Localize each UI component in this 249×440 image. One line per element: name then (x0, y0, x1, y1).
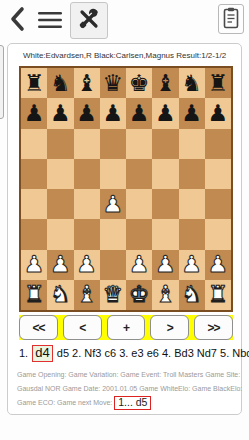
piece-black-pawn: ♟ (129, 102, 150, 125)
menu-button[interactable] (36, 10, 64, 32)
move-text: d5 2. Nf3 c6 3. e3 e6 4. Bd3 Nd7 5. Nbd2 (54, 347, 249, 359)
square-h6[interactable] (205, 129, 231, 159)
square-b2[interactable]: ♟ (47, 250, 73, 280)
offscreen-panel-edge (0, 45, 4, 119)
square-d4[interactable]: ♟ (100, 189, 126, 219)
square-f8[interactable]: ♝ (152, 68, 178, 98)
crossed-tools-icon (77, 7, 101, 34)
square-a2[interactable]: ♟ (21, 250, 47, 280)
square-b4[interactable] (47, 189, 73, 219)
square-c3[interactable] (74, 219, 100, 249)
piece-white-bishop: ♝ (76, 283, 97, 306)
piece-black-pawn: ♟ (208, 102, 229, 125)
tools-button[interactable] (70, 2, 108, 39)
square-a8[interactable]: ♜ (21, 68, 47, 98)
nav-prev-button[interactable]: < (63, 315, 102, 340)
game-card: White:Edvardsen,R Black:Carlsen,Magnus R… (7, 43, 242, 415)
clipboard-icon (223, 7, 239, 32)
square-b6[interactable] (47, 129, 73, 159)
square-g1[interactable]: ♞ (179, 280, 205, 310)
square-a5[interactable] (21, 159, 47, 189)
piece-black-bishop: ♝ (76, 72, 97, 95)
square-b7[interactable]: ♟ (47, 98, 73, 128)
square-g2[interactable]: ♟ (179, 250, 205, 280)
square-d8[interactable]: ♛ (100, 68, 126, 98)
square-c4[interactable] (74, 189, 100, 219)
square-e7[interactable]: ♟ (126, 98, 152, 128)
piece-white-pawn: ♟ (155, 253, 176, 276)
square-e2[interactable]: ♟ (126, 250, 152, 280)
square-a1[interactable]: ♜ (21, 280, 47, 310)
square-e3[interactable] (126, 219, 152, 249)
piece-white-knight: ♞ (50, 283, 71, 306)
square-b8[interactable]: ♞ (47, 68, 73, 98)
back-button[interactable] (6, 7, 30, 33)
square-b5[interactable] (47, 159, 73, 189)
square-g3[interactable] (179, 219, 205, 249)
nav-next-button[interactable]: > (150, 315, 189, 340)
piece-white-pawn: ♟ (50, 253, 71, 276)
square-h5[interactable] (205, 159, 231, 189)
chess-board: ♜♞♝♛♚♝♞♜♟♟♟♟♟♟♟♟♟♟♟♟♟♟♟♟♜♞♝♛♚♝♞♜ (19, 66, 233, 312)
move-text: 1. (19, 347, 31, 359)
piece-white-pawn: ♟ (129, 253, 150, 276)
piece-white-pawn: ♟ (181, 253, 202, 276)
piece-black-pawn: ♟ (103, 102, 124, 125)
game-info-line: Game Opening: Game Variation: Game Event… (17, 368, 239, 382)
square-h1[interactable]: ♜ (205, 280, 231, 310)
square-d6[interactable] (100, 129, 126, 159)
piece-white-pawn: ♟ (24, 253, 45, 276)
piece-white-queen: ♛ (103, 283, 124, 306)
square-a7[interactable]: ♟ (21, 98, 47, 128)
piece-white-pawn: ♟ (76, 253, 97, 276)
back-chevron-icon (7, 6, 29, 35)
square-f3[interactable] (152, 219, 178, 249)
square-c6[interactable] (74, 129, 100, 159)
piece-black-pawn: ♟ (155, 102, 176, 125)
piece-black-rook: ♜ (208, 72, 229, 95)
square-c8[interactable]: ♝ (74, 68, 100, 98)
next-move-value: 1... d5 (114, 396, 151, 410)
square-h3[interactable] (205, 219, 231, 249)
piece-black-pawn: ♟ (181, 102, 202, 125)
piece-black-bishop: ♝ (155, 72, 176, 95)
clipboard-button[interactable] (218, 4, 244, 34)
square-d7[interactable]: ♟ (100, 98, 126, 128)
piece-black-pawn: ♟ (76, 102, 97, 125)
move-list: 1. d4 d5 2. Nf3 c6 3. e3 e6 4. Bd3 Nd7 5… (19, 345, 239, 362)
piece-white-bishop: ♝ (155, 283, 176, 306)
piece-black-pawn: ♟ (24, 102, 45, 125)
game-info-text: Gausdal NOR Game Date: 2001.01.05 Game W… (17, 385, 242, 392)
game-info-text: Game ECO: Game next Move: (17, 399, 114, 406)
nav-first-button[interactable]: << (19, 315, 58, 340)
square-f7[interactable]: ♟ (152, 98, 178, 128)
piece-black-pawn: ♟ (50, 102, 71, 125)
square-g6[interactable] (179, 129, 205, 159)
square-c1[interactable]: ♝ (74, 280, 100, 310)
piece-black-king: ♚ (129, 72, 150, 95)
nav-plus-button[interactable]: + (107, 315, 146, 340)
square-f6[interactable] (152, 129, 178, 159)
square-d2[interactable] (100, 250, 126, 280)
square-a6[interactable] (21, 129, 47, 159)
piece-white-pawn: ♟ (103, 193, 124, 216)
square-e8[interactable]: ♚ (126, 68, 152, 98)
square-f1[interactable]: ♝ (152, 280, 178, 310)
game-info-text: Game Opening: Game Variation: Game Event… (17, 371, 240, 378)
piece-white-rook: ♜ (24, 283, 45, 306)
square-c2[interactable]: ♟ (74, 250, 100, 280)
piece-black-queen: ♛ (103, 72, 124, 95)
square-h7[interactable]: ♟ (205, 98, 231, 128)
square-d5[interactable] (100, 159, 126, 189)
square-h2[interactable]: ♟ (205, 250, 231, 280)
square-f2[interactable]: ♟ (152, 250, 178, 280)
square-e6[interactable] (126, 129, 152, 159)
square-b1[interactable]: ♞ (47, 280, 73, 310)
piece-white-rook: ♜ (208, 283, 229, 306)
nav-last-button[interactable]: >> (194, 315, 233, 340)
square-c7[interactable]: ♟ (74, 98, 100, 128)
toolbar (0, 0, 249, 42)
square-f5[interactable] (152, 159, 178, 189)
square-g7[interactable]: ♟ (179, 98, 205, 128)
square-h8[interactable]: ♜ (205, 68, 231, 98)
piece-black-knight: ♞ (181, 72, 202, 95)
hamburger-menu-icon (37, 10, 63, 33)
square-d3[interactable] (100, 219, 126, 249)
square-g8[interactable]: ♞ (179, 68, 205, 98)
game-info-line: Game ECO: Game next Move: 1... d5 (17, 396, 239, 410)
game-info-line: Gausdal NOR Game Date: 2001.01.05 Game W… (17, 382, 239, 396)
square-e4[interactable] (126, 189, 152, 219)
square-b3[interactable] (47, 219, 73, 249)
square-c5[interactable] (74, 159, 100, 189)
square-f4[interactable] (152, 189, 178, 219)
square-h4[interactable] (205, 189, 231, 219)
piece-white-king: ♚ (129, 283, 150, 306)
piece-black-rook: ♜ (24, 72, 45, 95)
square-g5[interactable] (179, 159, 205, 189)
square-a4[interactable] (21, 189, 47, 219)
game-info: Game Opening: Game Variation: Game Event… (17, 368, 239, 410)
square-e1[interactable]: ♚ (126, 280, 152, 310)
square-g4[interactable] (179, 189, 205, 219)
move-navigation: <<<+>>> (19, 315, 233, 340)
square-e5[interactable] (126, 159, 152, 189)
piece-black-knight: ♞ (50, 72, 71, 95)
game-header: White:Edvardsen,R Black:Carlsen,Magnus R… (8, 51, 241, 60)
piece-white-knight: ♞ (181, 283, 202, 306)
piece-white-pawn: ♟ (208, 253, 229, 276)
current-move[interactable]: d4 (32, 345, 52, 362)
square-d1[interactable]: ♛ (100, 280, 126, 310)
square-a3[interactable] (21, 219, 47, 249)
